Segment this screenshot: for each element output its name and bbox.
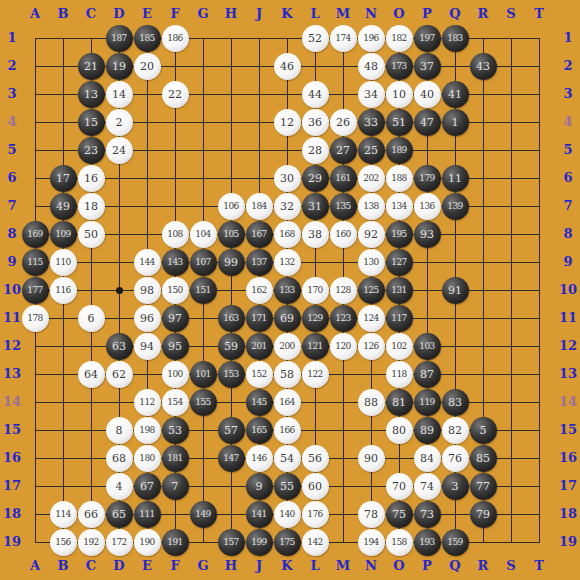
row-label-9: 9	[556, 254, 580, 270]
stone-white-44-L3: 44	[302, 81, 329, 108]
stone-black-73-P18: 73	[414, 501, 441, 528]
column-label-G: G	[189, 558, 217, 574]
stone-black-201-J12: 201	[246, 333, 273, 360]
stone-white-20-E2: 20	[134, 53, 161, 80]
stone-black-123-M11: 123	[330, 305, 357, 332]
stone-white-164-K14: 164	[274, 389, 301, 416]
row-label-6: 6	[556, 170, 580, 186]
stone-white-188-O6: 188	[386, 165, 413, 192]
column-label-A: A	[21, 558, 49, 574]
stone-white-120-M12: 120	[330, 333, 357, 360]
stone-white-162-J10: 162	[246, 277, 273, 304]
stone-white-22-F3: 22	[162, 81, 189, 108]
stone-white-48-N2: 48	[358, 53, 385, 80]
stone-white-74-P17: 74	[414, 473, 441, 500]
column-label-T: T	[525, 558, 553, 574]
column-label-G: G	[189, 6, 217, 22]
stone-white-114-B18: 114	[50, 501, 77, 528]
column-label-L: L	[301, 6, 329, 22]
stone-white-70-O17: 70	[386, 473, 413, 500]
stone-black-37-P2: 37	[414, 53, 441, 80]
stone-black-147-H16: 147	[218, 445, 245, 472]
column-label-M: M	[329, 6, 357, 22]
stone-black-191-F19: 191	[162, 529, 189, 556]
stone-black-23-C5: 23	[78, 137, 105, 164]
stone-white-80-O15: 80	[386, 417, 413, 444]
star-point-D10	[116, 287, 123, 294]
stone-black-5-R15: 5	[470, 417, 497, 444]
row-label-18: 18	[556, 506, 580, 522]
stone-black-79-R18: 79	[470, 501, 497, 528]
stone-white-32-K7: 32	[274, 193, 301, 220]
column-label-N: N	[357, 6, 385, 22]
stone-black-93-P8: 93	[414, 221, 441, 248]
column-label-K: K	[273, 558, 301, 574]
stone-white-192-C19: 192	[78, 529, 105, 556]
stone-white-68-D16: 68	[106, 445, 133, 472]
stone-white-96-E11: 96	[134, 305, 161, 332]
stone-white-146-J16: 146	[246, 445, 273, 472]
row-label-1: 1	[556, 30, 580, 46]
column-label-E: E	[133, 6, 161, 22]
stone-black-185-E1: 185	[134, 25, 161, 52]
stone-black-53-F15: 53	[162, 417, 189, 444]
stone-white-118-O13: 118	[386, 361, 413, 388]
row-label-11: 11	[556, 310, 580, 326]
column-label-T: T	[525, 6, 553, 22]
stone-black-27-M5: 27	[330, 137, 357, 164]
stone-white-122-L13: 122	[302, 361, 329, 388]
stone-white-128-M10: 128	[330, 277, 357, 304]
stone-white-190-E19: 190	[134, 529, 161, 556]
row-label-14: 14	[556, 394, 580, 410]
stone-black-137-J9: 137	[246, 249, 273, 276]
stone-black-31-L7: 31	[302, 193, 329, 220]
stone-black-187-D1: 187	[106, 25, 133, 52]
stone-black-47-P4: 47	[414, 109, 441, 136]
column-label-Q: Q	[441, 6, 469, 22]
stone-white-38-L8: 38	[302, 221, 329, 248]
stone-white-200-K12: 200	[274, 333, 301, 360]
stone-white-62-D13: 62	[106, 361, 133, 388]
stone-white-108-F8: 108	[162, 221, 189, 248]
stone-white-46-K2: 46	[274, 53, 301, 80]
stone-black-119-P14: 119	[414, 389, 441, 416]
stone-white-88-N14: 88	[358, 389, 385, 416]
stone-white-174-M1: 174	[330, 25, 357, 52]
column-label-D: D	[105, 6, 133, 22]
column-label-J: J	[245, 558, 273, 574]
stone-white-12-K4: 12	[274, 109, 301, 136]
stone-white-76-Q16: 76	[442, 445, 469, 472]
stone-white-198-E15: 198	[134, 417, 161, 444]
column-label-L: L	[301, 558, 329, 574]
stone-white-132-K9: 132	[274, 249, 301, 276]
stone-white-26-M4: 26	[330, 109, 357, 136]
stone-black-91-Q10: 91	[442, 277, 469, 304]
stone-black-99-H9: 99	[218, 249, 245, 276]
stone-black-13-C3: 13	[78, 81, 105, 108]
stone-black-69-K11: 69	[274, 305, 301, 332]
stone-black-131-O10: 131	[386, 277, 413, 304]
column-label-E: E	[133, 558, 161, 574]
stone-white-140-K18: 140	[274, 501, 301, 528]
stone-black-87-P13: 87	[414, 361, 441, 388]
stone-white-168-K8: 168	[274, 221, 301, 248]
stone-black-25-N5: 25	[358, 137, 385, 164]
column-label-D: D	[105, 558, 133, 574]
row-label-12: 12	[556, 338, 580, 354]
stone-white-144-E9: 144	[134, 249, 161, 276]
stone-black-199-J19: 199	[246, 529, 273, 556]
stone-black-169-A8: 169	[22, 221, 49, 248]
stone-black-195-O8: 195	[386, 221, 413, 248]
stone-white-156-B19: 156	[50, 529, 77, 556]
column-label-H: H	[217, 558, 245, 574]
stone-white-160-M8: 160	[330, 221, 357, 248]
stone-black-121-L12: 121	[302, 333, 329, 360]
row-label-15: 15	[556, 422, 580, 438]
stone-white-184-J7: 184	[246, 193, 273, 220]
stone-white-136-P7: 136	[414, 193, 441, 220]
stone-black-117-O11: 117	[386, 305, 413, 332]
stone-black-75-O18: 75	[386, 501, 413, 528]
stone-black-135-M7: 135	[330, 193, 357, 220]
stone-white-36-L4: 36	[302, 109, 329, 136]
stone-black-175-K19: 175	[274, 529, 301, 556]
stone-black-127-O9: 127	[386, 249, 413, 276]
stone-black-177-A10: 177	[22, 277, 49, 304]
row-label-16: 16	[556, 450, 580, 466]
stone-black-97-F11: 97	[162, 305, 189, 332]
stone-white-106-H7: 106	[218, 193, 245, 220]
stone-white-6-C11: 6	[78, 305, 105, 332]
stone-white-130-N9: 130	[358, 249, 385, 276]
column-label-P: P	[413, 6, 441, 22]
stone-black-139-Q7: 139	[442, 193, 469, 220]
stone-white-84-P16: 84	[414, 445, 441, 472]
stone-white-154-F14: 154	[162, 389, 189, 416]
stone-black-193-P19: 193	[414, 529, 441, 556]
column-label-J: J	[245, 6, 273, 22]
stone-black-145-J14: 145	[246, 389, 273, 416]
stone-white-50-C8: 50	[78, 221, 105, 248]
board-grid[interactable]: 1871851865217419618219718321192046481733…	[21, 24, 553, 556]
stone-black-125-N10: 125	[358, 277, 385, 304]
stone-black-179-P6: 179	[414, 165, 441, 192]
stone-white-124-N11: 124	[358, 305, 385, 332]
stone-black-159-Q19: 159	[442, 529, 469, 556]
stone-white-110-B9: 110	[50, 249, 77, 276]
stone-white-8-D15: 8	[106, 417, 133, 444]
stone-white-82-Q15: 82	[442, 417, 469, 444]
stone-white-138-N7: 138	[358, 193, 385, 220]
stone-black-165-J15: 165	[246, 417, 273, 444]
stone-black-189-O5: 189	[386, 137, 413, 164]
stone-white-180-E16: 180	[134, 445, 161, 472]
column-label-Q: Q	[441, 558, 469, 574]
stone-white-112-E14: 112	[134, 389, 161, 416]
stone-white-170-L10: 170	[302, 277, 329, 304]
stone-black-7-F17: 7	[162, 473, 189, 500]
stone-white-126-N12: 126	[358, 333, 385, 360]
column-label-A: A	[21, 6, 49, 22]
stone-white-2-D4: 2	[106, 109, 133, 136]
stone-white-102-O12: 102	[386, 333, 413, 360]
stone-white-30-K6: 30	[274, 165, 301, 192]
stone-white-34-N3: 34	[358, 81, 385, 108]
row-label-13: 13	[556, 366, 580, 382]
row-label-19: 19	[556, 534, 580, 550]
column-label-C: C	[77, 558, 105, 574]
go-board: ABCDEFGHJKLMNOPQRST ABCDEFGHJKLMNOPQRST …	[0, 0, 580, 580]
stone-black-49-B7: 49	[50, 193, 77, 220]
stone-white-52-L1: 52	[302, 25, 329, 52]
stone-white-10-O3: 10	[386, 81, 413, 108]
stone-black-81-O14: 81	[386, 389, 413, 416]
stone-black-1-Q4: 1	[442, 109, 469, 136]
stone-black-107-G9: 107	[190, 249, 217, 276]
stone-white-28-L5: 28	[302, 137, 329, 164]
stone-black-43-R2: 43	[470, 53, 497, 80]
column-label-B: B	[49, 6, 77, 22]
stone-black-115-A9: 115	[22, 249, 49, 276]
stone-black-59-H12: 59	[218, 333, 245, 360]
column-label-K: K	[273, 6, 301, 22]
stone-black-111-E18: 111	[134, 501, 161, 528]
stone-white-182-O1: 182	[386, 25, 413, 52]
stone-white-100-F13: 100	[162, 361, 189, 388]
stone-white-134-O7: 134	[386, 193, 413, 220]
column-label-H: H	[217, 6, 245, 22]
stone-white-178-A11: 178	[22, 305, 49, 332]
stone-black-63-D12: 63	[106, 333, 133, 360]
stone-white-142-L19: 142	[302, 529, 329, 556]
row-label-10: 10	[556, 282, 580, 298]
stone-black-67-E17: 67	[134, 473, 161, 500]
stone-white-14-D3: 14	[106, 81, 133, 108]
stone-black-65-D18: 65	[106, 501, 133, 528]
stone-white-196-N1: 196	[358, 25, 385, 52]
stone-black-3-Q17: 3	[442, 473, 469, 500]
stone-black-19-D2: 19	[106, 53, 133, 80]
stone-black-155-G14: 155	[190, 389, 217, 416]
column-label-N: N	[357, 558, 385, 574]
stone-white-56-L16: 56	[302, 445, 329, 472]
stone-black-151-G10: 151	[190, 277, 217, 304]
stone-white-40-P3: 40	[414, 81, 441, 108]
stone-black-197-P1: 197	[414, 25, 441, 52]
stone-black-153-H13: 153	[218, 361, 245, 388]
stone-black-163-H11: 163	[218, 305, 245, 332]
column-label-O: O	[385, 6, 413, 22]
row-label-5: 5	[556, 142, 580, 158]
column-label-F: F	[161, 6, 189, 22]
stone-white-176-L18: 176	[302, 501, 329, 528]
stone-white-92-N8: 92	[358, 221, 385, 248]
stone-black-83-Q14: 83	[442, 389, 469, 416]
stone-white-158-O19: 158	[386, 529, 413, 556]
stone-white-152-J13: 152	[246, 361, 273, 388]
column-label-R: R	[469, 558, 497, 574]
stone-white-98-E10: 98	[134, 277, 161, 304]
column-label-S: S	[497, 6, 525, 22]
column-label-O: O	[385, 558, 413, 574]
stone-black-95-F12: 95	[162, 333, 189, 360]
stone-black-89-P15: 89	[414, 417, 441, 444]
stone-white-194-N19: 194	[358, 529, 385, 556]
stone-white-90-N16: 90	[358, 445, 385, 472]
stone-black-77-R17: 77	[470, 473, 497, 500]
stone-white-172-D19: 172	[106, 529, 133, 556]
column-label-R: R	[469, 6, 497, 22]
row-label-7: 7	[556, 198, 580, 214]
row-label-2: 2	[556, 58, 580, 74]
row-label-8: 8	[556, 226, 580, 242]
stone-white-4-D17: 4	[106, 473, 133, 500]
stone-black-171-J11: 171	[246, 305, 273, 332]
column-label-B: B	[49, 558, 77, 574]
column-label-M: M	[329, 558, 357, 574]
stone-black-149-G18: 149	[190, 501, 217, 528]
stone-black-11-Q6: 11	[442, 165, 469, 192]
column-label-F: F	[161, 558, 189, 574]
stone-black-181-F16: 181	[162, 445, 189, 472]
stone-white-202-N6: 202	[358, 165, 385, 192]
stone-white-16-C6: 16	[78, 165, 105, 192]
stone-black-21-C2: 21	[78, 53, 105, 80]
stone-white-24-D5: 24	[106, 137, 133, 164]
row-label-17: 17	[556, 478, 580, 494]
column-label-P: P	[413, 558, 441, 574]
stone-black-157-H19: 157	[218, 529, 245, 556]
stone-black-143-F9: 143	[162, 249, 189, 276]
stone-black-133-K10: 133	[274, 277, 301, 304]
stone-white-64-C13: 64	[78, 361, 105, 388]
row-label-3: 3	[556, 86, 580, 102]
stone-black-173-O2: 173	[386, 53, 413, 80]
stone-black-103-P12: 103	[414, 333, 441, 360]
stone-white-66-C18: 66	[78, 501, 105, 528]
stone-black-101-G13: 101	[190, 361, 217, 388]
stone-black-55-K17: 55	[274, 473, 301, 500]
stone-black-51-O4: 51	[386, 109, 413, 136]
stone-black-129-L11: 129	[302, 305, 329, 332]
stone-black-29-L6: 29	[302, 165, 329, 192]
stone-white-60-L17: 60	[302, 473, 329, 500]
stone-black-33-N4: 33	[358, 109, 385, 136]
stone-black-109-B8: 109	[50, 221, 77, 248]
stone-black-105-H8: 105	[218, 221, 245, 248]
stone-black-183-Q1: 183	[442, 25, 469, 52]
stone-white-54-K16: 54	[274, 445, 301, 472]
stone-white-150-F10: 150	[162, 277, 189, 304]
stone-white-94-E12: 94	[134, 333, 161, 360]
stone-black-167-J8: 167	[246, 221, 273, 248]
stone-white-18-C7: 18	[78, 193, 105, 220]
stone-black-41-Q3: 41	[442, 81, 469, 108]
stone-black-17-B6: 17	[50, 165, 77, 192]
stone-black-161-M6: 161	[330, 165, 357, 192]
stone-black-9-J17: 9	[246, 473, 273, 500]
stone-white-104-G8: 104	[190, 221, 217, 248]
stone-white-78-N18: 78	[358, 501, 385, 528]
row-label-4: 4	[556, 114, 580, 130]
column-label-C: C	[77, 6, 105, 22]
column-label-S: S	[497, 558, 525, 574]
stone-white-58-K13: 58	[274, 361, 301, 388]
stone-black-141-J18: 141	[246, 501, 273, 528]
stone-black-15-C4: 15	[78, 109, 105, 136]
stone-black-85-R16: 85	[470, 445, 497, 472]
stone-white-186-F1: 186	[162, 25, 189, 52]
stone-white-116-B10: 116	[50, 277, 77, 304]
stone-black-57-H15: 57	[218, 417, 245, 444]
stone-white-166-K15: 166	[274, 417, 301, 444]
